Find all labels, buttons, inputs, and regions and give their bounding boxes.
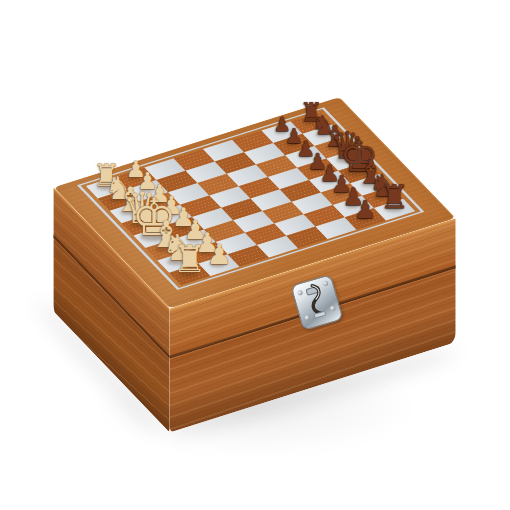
piece-white-pawn-h2: ♟ bbox=[205, 241, 233, 269]
pieces-layer: ♜♞♝♛♚♝♞♜♟♟♟♟♟♟♟♟♟♟♟♟♟♟♟♟♜♞♝♛♚♝♞♜ bbox=[0, 0, 510, 510]
piece-black-pawn-h7: ♟ bbox=[353, 197, 378, 222]
piece-black-rook-h8: ♜ bbox=[378, 181, 411, 214]
piece-white-rook-h1: ♜ bbox=[171, 241, 209, 279]
product-photo-scene: ♜♞♝♛♚♝♞♜♟♟♟♟♟♟♟♟♟♟♟♟♟♟♟♟♜♞♝♛♚♝♞♜ bbox=[0, 0, 510, 510]
